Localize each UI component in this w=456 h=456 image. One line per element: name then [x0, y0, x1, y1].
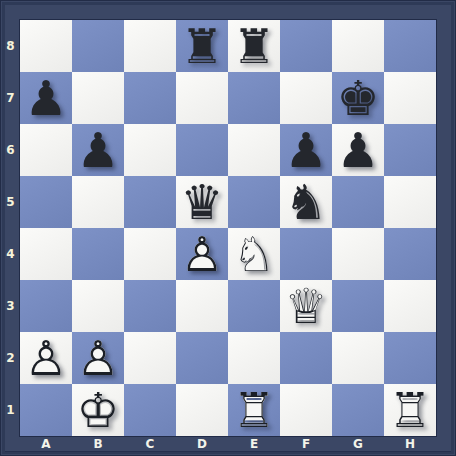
square-f4[interactable] — [280, 228, 332, 280]
square-d2[interactable] — [176, 332, 228, 384]
file-label-d: D — [176, 436, 228, 452]
piece-outline-glyph: ♖ — [228, 384, 280, 436]
square-e8[interactable]: ♜♖ — [228, 20, 280, 72]
square-e4[interactable]: ♞♘ — [228, 228, 280, 280]
square-h6[interactable] — [384, 124, 436, 176]
square-g3[interactable] — [332, 280, 384, 332]
black-rook-d8[interactable]: ♜♖ — [176, 20, 228, 72]
black-pawn-a7[interactable]: ♟♙ — [20, 72, 72, 124]
square-f7[interactable] — [280, 72, 332, 124]
square-c5[interactable] — [124, 176, 176, 228]
square-f8[interactable] — [280, 20, 332, 72]
square-h3[interactable] — [384, 280, 436, 332]
square-c7[interactable] — [124, 72, 176, 124]
square-e6[interactable] — [228, 124, 280, 176]
square-d8[interactable]: ♜♖ — [176, 20, 228, 72]
rank-label-6: 6 — [1, 124, 20, 176]
file-label-e: E — [228, 436, 280, 452]
square-b8[interactable] — [72, 20, 124, 72]
square-a3[interactable] — [20, 280, 72, 332]
square-a2[interactable]: ♟♙ — [20, 332, 72, 384]
square-c8[interactable] — [124, 20, 176, 72]
square-h7[interactable] — [384, 72, 436, 124]
square-f3[interactable]: ♛♕ — [280, 280, 332, 332]
piece-outline-glyph: ♖ — [384, 384, 436, 436]
square-b1[interactable]: ♚♔ — [72, 384, 124, 436]
square-a1[interactable] — [20, 384, 72, 436]
file-label-f: F — [280, 436, 332, 452]
white-pawn-b2[interactable]: ♟♙ — [72, 332, 124, 384]
rank-label-3: 3 — [1, 280, 20, 332]
rank-label-1: 1 — [1, 384, 20, 436]
piece-glyph: ♜ — [176, 20, 228, 72]
piece-glyph: ♛ — [176, 176, 228, 228]
square-a4[interactable] — [20, 228, 72, 280]
file-label-b: B — [72, 436, 124, 452]
black-knight-f5[interactable]: ♞♘ — [280, 176, 332, 228]
piece-glyph: ♚ — [332, 72, 384, 124]
piece-outline-glyph: ♔ — [72, 384, 124, 436]
square-c3[interactable] — [124, 280, 176, 332]
square-b7[interactable] — [72, 72, 124, 124]
black-pawn-b6[interactable]: ♟♙ — [72, 124, 124, 176]
piece-glyph: ♟ — [72, 124, 124, 176]
square-g7[interactable]: ♚♔ — [332, 72, 384, 124]
rank-label-7: 7 — [1, 72, 20, 124]
square-a7[interactable]: ♟♙ — [20, 72, 72, 124]
piece-glyph: ♞ — [280, 176, 332, 228]
file-labels: ABCDEFGH — [20, 436, 436, 452]
black-pawn-g6[interactable]: ♟♙ — [332, 124, 384, 176]
square-f5[interactable]: ♞♘ — [280, 176, 332, 228]
black-queen-d5[interactable]: ♛♕ — [176, 176, 228, 228]
square-d4[interactable]: ♟♙ — [176, 228, 228, 280]
white-pawn-d4[interactable]: ♟♙ — [176, 228, 228, 280]
rank-label-5: 5 — [1, 176, 20, 228]
square-d7[interactable] — [176, 72, 228, 124]
square-a8[interactable] — [20, 20, 72, 72]
square-a5[interactable] — [20, 176, 72, 228]
piece-outline-glyph: ♕ — [280, 280, 332, 332]
square-g4[interactable] — [332, 228, 384, 280]
file-label-g: G — [332, 436, 384, 452]
square-b6[interactable]: ♟♙ — [72, 124, 124, 176]
square-d3[interactable] — [176, 280, 228, 332]
square-d6[interactable] — [176, 124, 228, 176]
square-g2[interactable] — [332, 332, 384, 384]
square-b3[interactable] — [72, 280, 124, 332]
white-rook-h1[interactable]: ♜♖ — [384, 384, 436, 436]
rank-label-4: 4 — [1, 228, 20, 280]
square-a6[interactable] — [20, 124, 72, 176]
piece-glyph: ♟ — [332, 124, 384, 176]
square-c6[interactable] — [124, 124, 176, 176]
black-rook-e8[interactable]: ♜♖ — [228, 20, 280, 72]
square-h4[interactable] — [384, 228, 436, 280]
square-b2[interactable]: ♟♙ — [72, 332, 124, 384]
frame-divider — [5, 451, 451, 452]
rank-label-8: 8 — [1, 20, 20, 72]
white-rook-e1[interactable]: ♜♖ — [228, 384, 280, 436]
file-label-a: A — [20, 436, 72, 452]
square-b5[interactable] — [72, 176, 124, 228]
piece-outline-glyph: ♘ — [228, 228, 280, 280]
square-c2[interactable] — [124, 332, 176, 384]
square-f2[interactable] — [280, 332, 332, 384]
piece-glyph: ♟ — [20, 72, 72, 124]
square-c4[interactable] — [124, 228, 176, 280]
square-f6[interactable]: ♟♙ — [280, 124, 332, 176]
square-e5[interactable] — [228, 176, 280, 228]
square-g8[interactable] — [332, 20, 384, 72]
file-label-h: H — [384, 436, 436, 452]
white-knight-e4[interactable]: ♞♘ — [228, 228, 280, 280]
square-f1[interactable] — [280, 384, 332, 436]
rank-label-2: 2 — [1, 332, 20, 384]
square-h5[interactable] — [384, 176, 436, 228]
black-pawn-f6[interactable]: ♟♙ — [280, 124, 332, 176]
chess-board: ♜♖♜♖♟♙♚♔♟♙♟♙♟♙♛♕♞♘♟♙♞♘♛♕♟♙♟♙♚♔♜♖♜♖ — [20, 20, 436, 436]
white-pawn-a2[interactable]: ♟♙ — [20, 332, 72, 384]
square-d1[interactable] — [176, 384, 228, 436]
piece-outline-glyph: ♙ — [20, 332, 72, 384]
file-label-c: C — [124, 436, 176, 452]
rank-labels: 87654321 — [1, 20, 20, 436]
white-king-b1[interactable]: ♚♔ — [72, 384, 124, 436]
square-h1[interactable]: ♜♖ — [384, 384, 436, 436]
square-e7[interactable] — [228, 72, 280, 124]
white-queen-f3[interactable]: ♛♕ — [280, 280, 332, 332]
piece-outline-glyph: ♙ — [72, 332, 124, 384]
board-frame: 87654321 ♜♖♜♖♟♙♚♔♟♙♟♙♟♙♛♕♞♘♟♙♞♘♛♕♟♙♟♙♚♔♜… — [0, 0, 456, 456]
square-g5[interactable] — [332, 176, 384, 228]
piece-outline-glyph: ♙ — [176, 228, 228, 280]
square-g6[interactable]: ♟♙ — [332, 124, 384, 176]
square-d5[interactable]: ♛♕ — [176, 176, 228, 228]
piece-glyph: ♟ — [280, 124, 332, 176]
piece-glyph: ♜ — [228, 20, 280, 72]
square-c1[interactable] — [124, 384, 176, 436]
square-e2[interactable] — [228, 332, 280, 384]
black-king-g7[interactable]: ♚♔ — [332, 72, 384, 124]
square-e3[interactable] — [228, 280, 280, 332]
square-b4[interactable] — [72, 228, 124, 280]
square-h8[interactable] — [384, 20, 436, 72]
square-e1[interactable]: ♜♖ — [228, 384, 280, 436]
square-h2[interactable] — [384, 332, 436, 384]
square-g1[interactable] — [332, 384, 384, 436]
